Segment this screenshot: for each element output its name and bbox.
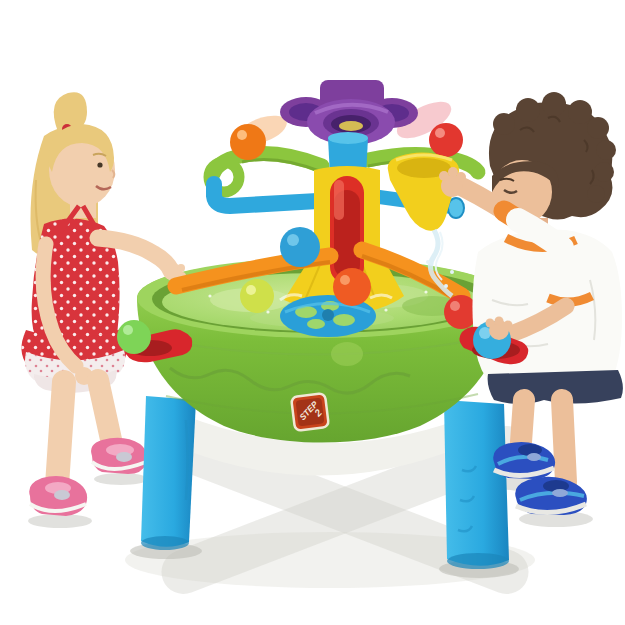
boy-near-shoe xyxy=(493,442,555,479)
ball-green-left-launcher xyxy=(117,320,151,354)
boy-far-leg xyxy=(562,400,566,482)
brand-badge: STEP 2 xyxy=(291,393,329,431)
girl-near-shoe xyxy=(29,476,87,516)
girl-eye xyxy=(97,162,102,167)
girl-figure xyxy=(21,92,147,516)
ball-red-track xyxy=(429,123,463,157)
ball-yellow-water xyxy=(240,279,274,313)
girl-far-shoe xyxy=(91,438,147,474)
ball-orange-track xyxy=(230,124,266,160)
table-leg-left xyxy=(141,396,196,550)
girl-far-leg xyxy=(98,380,112,444)
table-leg-right xyxy=(444,400,509,569)
ball-green-submerged xyxy=(331,342,363,366)
product-photo-scene: STEP 2 xyxy=(0,0,625,625)
ball-orange-water xyxy=(333,268,371,306)
ball-blue-ramp xyxy=(280,227,320,267)
scene-illustration: STEP 2 xyxy=(0,0,625,625)
